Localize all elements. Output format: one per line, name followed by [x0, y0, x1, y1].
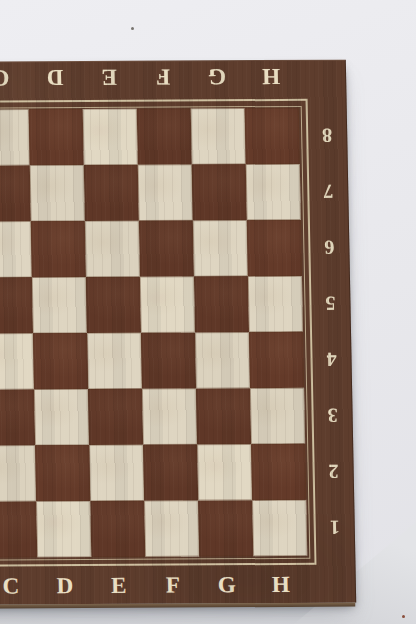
- rank-label-right-6: 6: [310, 220, 349, 276]
- file-label-bottom-e: E: [91, 566, 146, 604]
- rank-label-right-5: 5: [311, 276, 350, 332]
- file-label-top-h: H: [244, 61, 299, 99]
- wall-speck: [131, 27, 134, 30]
- file-label-top-g: G: [190, 61, 245, 99]
- file-label-bottom-d: D: [37, 566, 92, 604]
- file-label-top-d: D: [28, 62, 83, 100]
- rank-label-right-8: 8: [308, 108, 347, 164]
- file-label-top-e: E: [82, 62, 137, 100]
- rank-labels-right: 87654321: [308, 108, 355, 556]
- rank-label-right-3: 3: [313, 388, 352, 444]
- file-label-bottom-f: F: [145, 565, 200, 603]
- file-label-bottom-c: C: [0, 566, 38, 604]
- rank-label-right-1: 1: [315, 500, 354, 556]
- file-label-bottom-g: G: [199, 565, 254, 603]
- chess-board: ABCDEFGH 87654321 87654321 ABCDEFGH: [0, 60, 356, 606]
- table-speck: [402, 615, 405, 618]
- rank-label-right-7: 7: [309, 164, 348, 220]
- photo-of-chessboard: ABCDEFGH 87654321 87654321 ABCDEFGH: [0, 0, 416, 624]
- rank-label-right-2: 2: [314, 444, 353, 500]
- file-label-bottom-h: H: [253, 565, 308, 603]
- file-label-top-c: C: [0, 62, 29, 100]
- board-frame-inner-line: [0, 105, 310, 560]
- file-label-top-f: F: [136, 61, 191, 99]
- file-labels-top: ABCDEFGH: [0, 61, 299, 101]
- file-labels-bottom: ABCDEFGH: [0, 565, 308, 605]
- rank-label-right-4: 4: [312, 332, 351, 388]
